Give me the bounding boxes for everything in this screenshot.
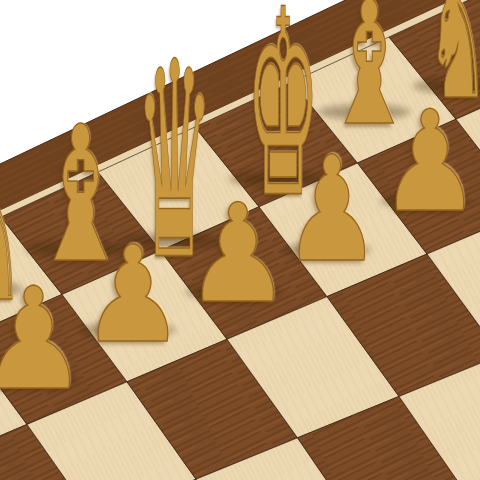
piece-shadow (318, 105, 410, 120)
piece-shadow (284, 243, 370, 258)
chessboard-photo: ♞♝♛♚♝♞♟♟♟♟♟ (0, 0, 480, 480)
piece-shadow (380, 194, 469, 209)
piece-shadow (120, 234, 218, 249)
piece-shadow (80, 323, 175, 338)
piece-shadow (185, 285, 280, 300)
piece-shadow (229, 172, 327, 187)
board-plane (0, 0, 480, 480)
piece-shadow (26, 242, 127, 257)
